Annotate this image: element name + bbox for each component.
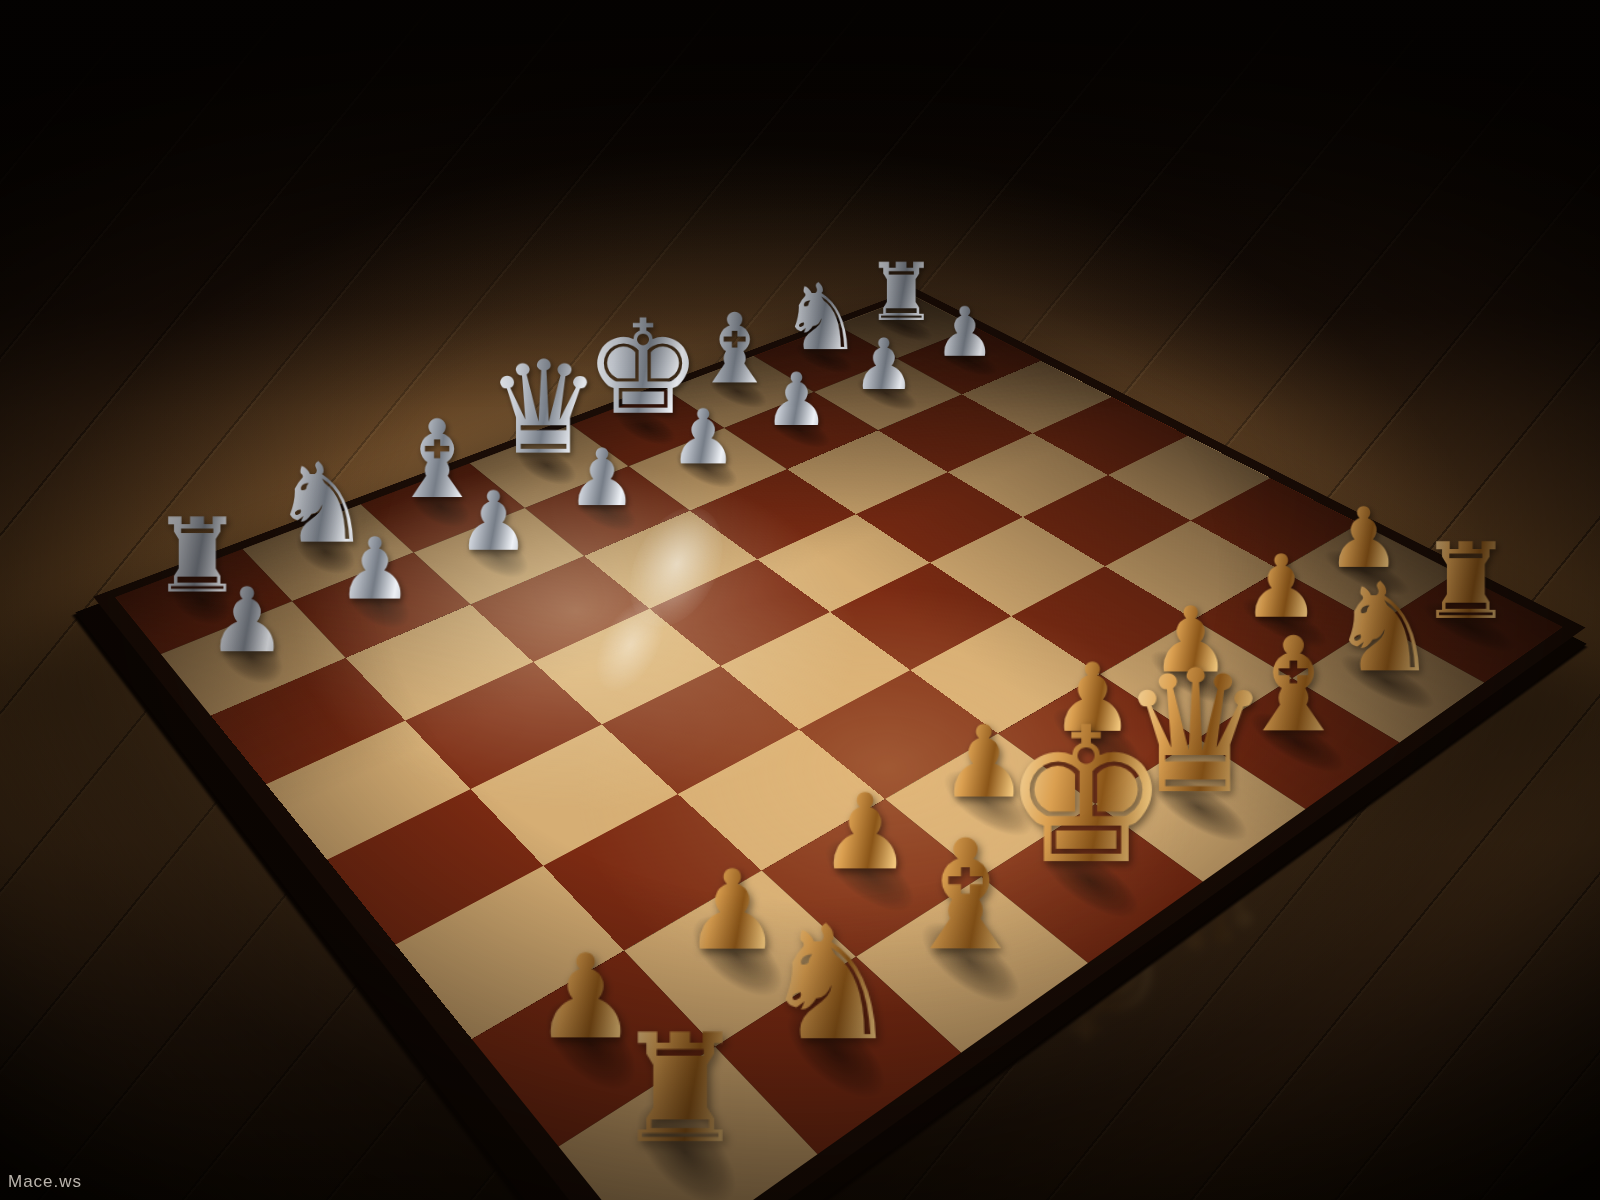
pawn-glyph: ♟ <box>567 438 638 517</box>
bishop-glyph: ♝ <box>897 819 1033 971</box>
pawn-glyph: ♟ <box>669 399 737 475</box>
pawn-glyph: ♟ <box>764 363 830 436</box>
chess-scene: ♜♜♟♟♟♟♜♜♞♞♟♟♟♟♞♞♝♝♟♟♟♟♝♝♚♚♟♟♟♟♛♛♛♛♟♟♟♟♚♚… <box>0 0 1600 1200</box>
knight-glyph: ♞ <box>780 272 862 364</box>
watermark-text: Mace.ws <box>8 1172 82 1192</box>
knight-glyph: ♞ <box>760 904 902 1062</box>
rook-glyph: ♜ <box>866 252 938 332</box>
pawn-glyph: ♟ <box>456 480 530 562</box>
perspective-layer: ♜♜♟♟♟♟♜♜♞♞♟♟♟♟♞♞♝♝♟♟♟♟♝♝♚♚♟♟♟♟♛♛♛♛♟♟♟♟♚♚… <box>0 0 1600 1200</box>
pawn-glyph: ♟ <box>337 526 414 612</box>
pawn-glyph: ♟ <box>852 329 915 400</box>
board-frame: ♜♜♟♟♟♟♜♜♞♞♟♟♟♟♞♞♝♝♟♟♟♟♝♝♚♚♟♟♟♟♛♛♛♛♟♟♟♟♚♚… <box>93 288 1585 1200</box>
pawn-glyph: ♟ <box>207 575 287 664</box>
chess-board: ♜♜♟♟♟♟♜♜♞♞♟♟♟♟♞♞♝♝♟♟♟♟♝♝♚♚♟♟♟♟♛♛♛♛♟♟♟♟♚♚… <box>115 296 1562 1200</box>
pawn-glyph: ♟ <box>934 298 995 366</box>
rook-glyph: ♜ <box>613 1014 748 1164</box>
